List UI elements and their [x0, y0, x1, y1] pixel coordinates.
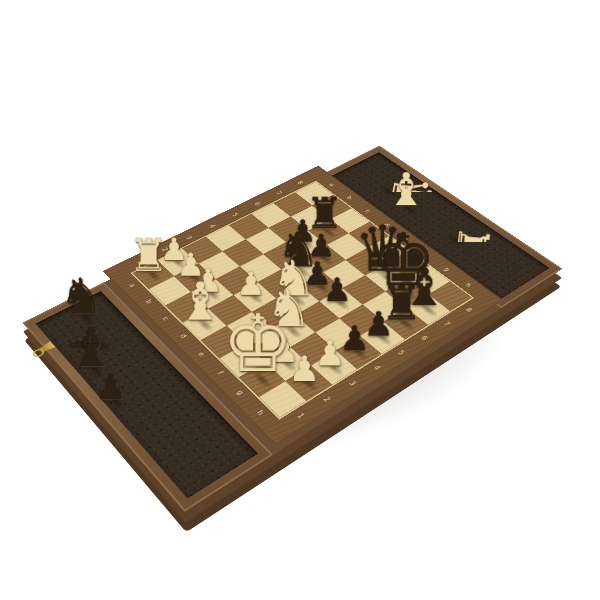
file-label-bottom-g: g	[233, 387, 246, 398]
file-label-top-h: h	[462, 281, 475, 290]
file-label-bottom-d: d	[177, 331, 190, 341]
file-label-top-a: a	[326, 181, 337, 188]
board-grid: ♜♟♟♟♝♟♞♟♞♚♟♟♟♟♜♞♟♟♟♛♚♟♟♜♝	[132, 182, 471, 418]
rank-label-left-6: 6	[251, 200, 262, 207]
rank-label-left-7: 7	[273, 190, 284, 197]
rank-label-right-4: 4	[370, 363, 383, 373]
piece-black-P-drawer-left-3-standing[interactable]: ♟	[70, 371, 153, 404]
rank-label-right-3: 3	[345, 378, 359, 388]
rank-label-left-4: 4	[206, 222, 217, 230]
rank-label-right-7: 7	[440, 319, 453, 328]
file-label-bottom-a: a	[126, 281, 138, 290]
product-photo-stage: ♛♝♜ ♜♟♟♟♝♟♞♟♞♚♟♟♟♟♜♞♟♟♟♛♚♟♟♜♝ aabbccddee…	[0, 0, 600, 600]
rank-label-right-1: 1	[293, 411, 307, 422]
rank-label-left-8: 8	[294, 179, 305, 186]
rank-label-right-6: 6	[417, 333, 430, 343]
scene: ♛♝♜ ♜♟♟♟♝♟♞♟♞♚♟♟♟♟♜♞♟♟♟♛♚♟♟♜♝ aabbccddee…	[0, 0, 600, 600]
rank-label-left-5: 5	[229, 211, 240, 218]
chess-box: ♛♝♜ ♜♟♟♟♝♟♞♟♞♚♟♟♟♟♜♞♟♟♟♛♚♟♟♜♝ aabbccddee…	[23, 146, 563, 512]
file-label-bottom-b: b	[142, 297, 154, 306]
piece-white-P-h2[interactable]: ♟	[263, 352, 346, 385]
file-label-bottom-h: h	[253, 407, 267, 418]
piece-black-B-drawer-left-2-standing[interactable]: ♝	[51, 322, 132, 373]
file-label-bottom-e: e	[195, 349, 208, 359]
rank-label-right-8: 8	[462, 305, 475, 314]
rank-label-right-5: 5	[394, 348, 407, 358]
rank-label-right-2: 2	[320, 394, 334, 405]
piece-white-B-drawer-right-1-standing[interactable]: ♝	[372, 168, 440, 211]
